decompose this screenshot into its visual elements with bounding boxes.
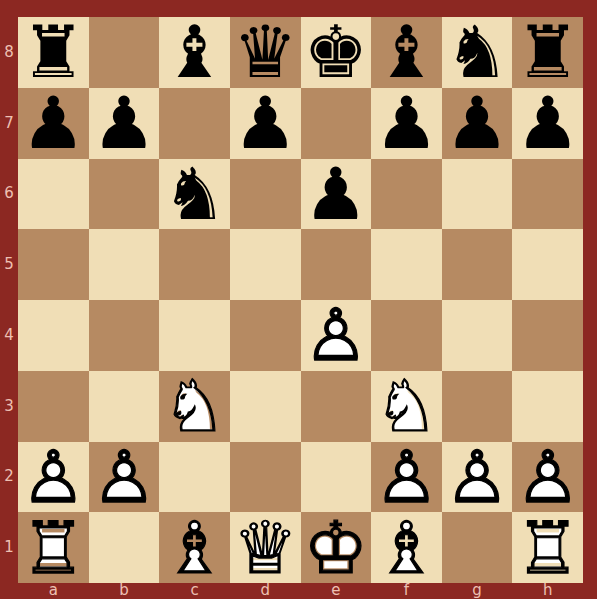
piece-white-bishop-icon: ♗ (371, 512, 442, 583)
chess-board-frame: 87654321 ♜♝♛♚♝♞♜♟♟♟♟♟♟♞♟♟♙♞♘♞♘♟♙♟♙♟♙♟♙♟♙… (0, 0, 597, 599)
square-h1[interactable]: ♜♖ (512, 512, 583, 583)
square-g4[interactable] (442, 300, 513, 371)
piece-white-queen-icon: ♕ (230, 512, 301, 583)
square-a4[interactable] (18, 300, 89, 371)
piece-white-bishop-icon: ♝ (159, 512, 230, 583)
square-e2[interactable] (301, 442, 372, 513)
piece-white-queen-icon: ♛ (230, 512, 301, 583)
piece-black-bishop-icon: ♝ (371, 17, 442, 88)
chess-board: ♜♝♛♚♝♞♜♟♟♟♟♟♟♞♟♟♙♞♘♞♘♟♙♟♙♟♙♟♙♟♙♜♖♝♗♛♕♚♔♝… (18, 17, 583, 583)
piece-white-pawn-icon: ♟ (89, 442, 160, 513)
square-c3[interactable]: ♞♘ (159, 371, 230, 442)
square-g8[interactable]: ♞ (442, 17, 513, 88)
file-label-c: c (159, 583, 230, 599)
piece-white-pawn-icon: ♟ (371, 442, 442, 513)
piece-white-pawn-icon: ♟ (301, 300, 372, 371)
piece-white-king-icon: ♔ (301, 512, 372, 583)
square-h5[interactable] (512, 229, 583, 300)
square-f7[interactable]: ♟ (371, 88, 442, 159)
piece-white-bishop-icon: ♝ (371, 512, 442, 583)
square-c1[interactable]: ♝♗ (159, 512, 230, 583)
square-a8[interactable]: ♜ (18, 17, 89, 88)
piece-white-king-icon: ♚ (301, 512, 372, 583)
square-c2[interactable] (159, 442, 230, 513)
piece-black-pawn-icon: ♟ (230, 88, 301, 159)
file-label-d: d (230, 583, 301, 599)
square-b8[interactable] (89, 17, 160, 88)
rank-label-1: 1 (0, 512, 18, 583)
square-f2[interactable]: ♟♙ (371, 442, 442, 513)
piece-black-pawn-icon: ♟ (512, 88, 583, 159)
file-labels: abcdefgh (18, 583, 583, 599)
square-b6[interactable] (89, 159, 160, 230)
square-f6[interactable] (371, 159, 442, 230)
file-label-b: b (89, 583, 160, 599)
square-h2[interactable]: ♟♙ (512, 442, 583, 513)
square-c5[interactable] (159, 229, 230, 300)
square-h4[interactable] (512, 300, 583, 371)
square-f8[interactable]: ♝ (371, 17, 442, 88)
square-e7[interactable] (301, 88, 372, 159)
piece-black-bishop-icon: ♝ (159, 17, 230, 88)
rank-label-4: 4 (0, 300, 18, 371)
square-h6[interactable] (512, 159, 583, 230)
square-c7[interactable] (159, 88, 230, 159)
square-f1[interactable]: ♝♗ (371, 512, 442, 583)
piece-black-rook-icon: ♜ (18, 17, 89, 88)
piece-black-queen-icon: ♛ (230, 17, 301, 88)
square-e3[interactable] (301, 371, 372, 442)
piece-white-knight-icon: ♞ (159, 371, 230, 442)
square-e1[interactable]: ♚♔ (301, 512, 372, 583)
square-c4[interactable] (159, 300, 230, 371)
square-e5[interactable] (301, 229, 372, 300)
square-d3[interactable] (230, 371, 301, 442)
piece-black-pawn-icon: ♟ (301, 159, 372, 230)
piece-white-pawn-icon: ♟ (442, 442, 513, 513)
piece-white-rook-icon: ♜ (18, 512, 89, 583)
square-e8[interactable]: ♚ (301, 17, 372, 88)
square-b2[interactable]: ♟♙ (89, 442, 160, 513)
file-label-a: a (18, 583, 89, 599)
rank-label-7: 7 (0, 88, 18, 159)
square-d4[interactable] (230, 300, 301, 371)
piece-white-knight-icon: ♞ (371, 371, 442, 442)
piece-black-pawn-icon: ♟ (371, 88, 442, 159)
file-label-f: f (371, 583, 442, 599)
piece-white-pawn-icon: ♙ (442, 442, 513, 513)
square-a6[interactable] (18, 159, 89, 230)
square-a5[interactable] (18, 229, 89, 300)
piece-white-rook-icon: ♖ (18, 512, 89, 583)
square-a2[interactable]: ♟♙ (18, 442, 89, 513)
piece-black-rook-icon: ♜ (512, 17, 583, 88)
square-d1[interactable]: ♛♕ (230, 512, 301, 583)
square-d2[interactable] (230, 442, 301, 513)
piece-white-pawn-icon: ♟ (512, 442, 583, 513)
rank-label-2: 2 (0, 442, 18, 513)
piece-white-rook-icon: ♖ (512, 512, 583, 583)
rank-label-6: 6 (0, 159, 18, 230)
square-e4[interactable]: ♟♙ (301, 300, 372, 371)
square-g6[interactable] (442, 159, 513, 230)
file-label-h: h (512, 583, 583, 599)
square-c6[interactable]: ♞ (159, 159, 230, 230)
piece-white-pawn-icon: ♙ (89, 442, 160, 513)
square-f5[interactable] (371, 229, 442, 300)
square-g1[interactable] (442, 512, 513, 583)
square-e6[interactable]: ♟ (301, 159, 372, 230)
square-h7[interactable]: ♟ (512, 88, 583, 159)
square-b7[interactable]: ♟ (89, 88, 160, 159)
square-g3[interactable] (442, 371, 513, 442)
piece-black-knight-icon: ♞ (442, 17, 513, 88)
rank-labels: 87654321 (0, 17, 18, 583)
piece-white-rook-icon: ♜ (512, 512, 583, 583)
square-h3[interactable] (512, 371, 583, 442)
square-f3[interactable]: ♞♘ (371, 371, 442, 442)
piece-black-king-icon: ♚ (301, 17, 372, 88)
piece-black-pawn-icon: ♟ (18, 88, 89, 159)
square-b5[interactable] (89, 229, 160, 300)
square-d6[interactable] (230, 159, 301, 230)
piece-white-pawn-icon: ♙ (371, 442, 442, 513)
square-g5[interactable] (442, 229, 513, 300)
square-d8[interactable]: ♛ (230, 17, 301, 88)
square-c8[interactable]: ♝ (159, 17, 230, 88)
square-g7[interactable]: ♟ (442, 88, 513, 159)
square-h8[interactable]: ♜ (512, 17, 583, 88)
square-b3[interactable] (89, 371, 160, 442)
square-a1[interactable]: ♜♖ (18, 512, 89, 583)
file-label-e: e (301, 583, 372, 599)
piece-black-pawn-icon: ♟ (89, 88, 160, 159)
square-a7[interactable]: ♟ (18, 88, 89, 159)
piece-white-pawn-icon: ♟ (18, 442, 89, 513)
rank-label-3: 3 (0, 371, 18, 442)
file-label-g: g (442, 583, 513, 599)
piece-white-knight-icon: ♘ (371, 371, 442, 442)
square-g2[interactable]: ♟♙ (442, 442, 513, 513)
square-d7[interactable]: ♟ (230, 88, 301, 159)
piece-black-knight-icon: ♞ (159, 159, 230, 230)
piece-white-pawn-icon: ♙ (512, 442, 583, 513)
piece-white-knight-icon: ♘ (159, 371, 230, 442)
square-d5[interactable] (230, 229, 301, 300)
square-a3[interactable] (18, 371, 89, 442)
square-f4[interactable] (371, 300, 442, 371)
square-b1[interactable] (89, 512, 160, 583)
rank-label-5: 5 (0, 229, 18, 300)
piece-white-pawn-icon: ♙ (301, 300, 372, 371)
piece-white-bishop-icon: ♗ (159, 512, 230, 583)
piece-black-pawn-icon: ♟ (442, 88, 513, 159)
piece-white-pawn-icon: ♙ (18, 442, 89, 513)
rank-label-8: 8 (0, 17, 18, 88)
square-b4[interactable] (89, 300, 160, 371)
